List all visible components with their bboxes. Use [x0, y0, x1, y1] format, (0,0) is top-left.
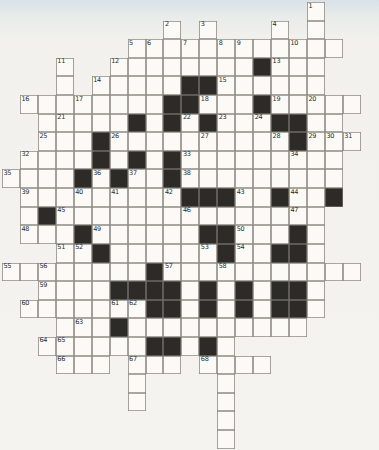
white-cell-r4-c3[interactable]: [56, 76, 74, 95]
clue-number-46: 46: [183, 207, 191, 214]
white-cell-r5-c3[interactable]: [56, 95, 74, 114]
white-cell-r21-c7[interactable]: [128, 393, 146, 412]
white-cell-r4-c7[interactable]: [128, 76, 146, 95]
white-cell-r9-c8[interactable]: [146, 169, 164, 188]
white-cell-r7-c13[interactable]: [235, 132, 253, 151]
white-cell-r3-c7[interactable]: [128, 58, 146, 77]
white-cell-r3-c17[interactable]: [307, 58, 325, 77]
white-cell-r14-c12[interactable]: 58: [217, 263, 235, 282]
white-cell-r7-c18[interactable]: 30: [325, 132, 343, 151]
white-cell-r2-c15[interactable]: [271, 39, 289, 58]
white-cell-r9-c5[interactable]: 36: [92, 169, 110, 188]
white-cell-r2-c13[interactable]: 9: [235, 39, 253, 58]
white-cell-r4-c12[interactable]: 15: [217, 76, 235, 95]
block-cell-r8-c9: [163, 151, 181, 170]
empty-r21-c5: [92, 393, 110, 412]
empty-r19-c1: [20, 356, 38, 375]
white-cell-r13-c6[interactable]: [110, 244, 128, 263]
clue-number-48: 48: [21, 226, 29, 233]
white-cell-r10-c13[interactable]: 43: [235, 188, 253, 207]
white-cell-r1-c9[interactable]: 2: [163, 21, 181, 40]
white-cell-r5-c19[interactable]: [343, 95, 361, 114]
white-cell-r3-c3[interactable]: 11: [56, 58, 74, 77]
white-cell-r8-c6[interactable]: [110, 151, 128, 170]
white-cell-r16-c17[interactable]: [307, 300, 325, 319]
white-cell-r11-c14[interactable]: [253, 207, 271, 226]
white-cell-r13-c14[interactable]: [253, 244, 271, 263]
white-cell-r17-c8[interactable]: [146, 318, 164, 337]
white-cell-r10-c6[interactable]: 41: [110, 188, 128, 207]
empty-r0-c12: [217, 2, 235, 21]
white-cell-r14-c14[interactable]: [253, 263, 271, 282]
white-cell-r13-c13[interactable]: 54: [235, 244, 253, 263]
clue-number-25: 25: [39, 133, 47, 140]
empty-r0-c4: [74, 2, 92, 21]
white-cell-r6-c13[interactable]: [235, 114, 253, 133]
white-cell-r8-c14[interactable]: [253, 151, 271, 170]
white-cell-r5-c17[interactable]: 20: [307, 95, 325, 114]
white-cell-r1-c11[interactable]: 3: [199, 21, 217, 40]
white-cell-r5-c15[interactable]: 19: [271, 95, 289, 114]
white-cell-r18-c6[interactable]: [110, 337, 128, 356]
white-cell-r2-c12[interactable]: 8: [217, 39, 235, 58]
white-cell-r4-c16[interactable]: [289, 76, 307, 95]
white-cell-r12-c13[interactable]: 50: [235, 225, 253, 244]
white-cell-r11-c4[interactable]: [74, 207, 92, 226]
white-cell-r16-c10[interactable]: [181, 300, 199, 319]
white-cell-r8-c2[interactable]: [38, 151, 56, 170]
white-cell-r2-c11[interactable]: [199, 39, 217, 58]
white-cell-r9-c0[interactable]: 35: [2, 169, 20, 188]
white-cell-r5-c4[interactable]: 17: [74, 95, 92, 114]
white-cell-r10-c3[interactable]: [56, 188, 74, 207]
empty-r22-c16: [289, 411, 307, 430]
white-cell-r4-c15[interactable]: [271, 76, 289, 95]
white-cell-r10-c14[interactable]: [253, 188, 271, 207]
white-cell-r21-c12[interactable]: [217, 393, 235, 412]
white-cell-r14-c1[interactable]: [20, 263, 38, 282]
white-cell-r19-c7[interactable]: 67: [128, 356, 146, 375]
empty-r0-c1: [20, 2, 38, 21]
clue-number-63: 63: [75, 319, 83, 326]
white-cell-r17-c15[interactable]: [271, 318, 289, 337]
white-cell-r16-c14[interactable]: [253, 300, 271, 319]
empty-r21-c11: [199, 393, 217, 412]
white-cell-r10-c2[interactable]: [38, 188, 56, 207]
white-cell-r5-c1[interactable]: 16: [20, 95, 38, 114]
white-cell-r9-c3[interactable]: [56, 169, 74, 188]
white-cell-r12-c10[interactable]: [181, 225, 199, 244]
white-cell-r17-c3[interactable]: [56, 318, 74, 337]
white-cell-r9-c11[interactable]: [199, 169, 217, 188]
white-cell-r14-c4[interactable]: [74, 263, 92, 282]
white-cell-r6-c14[interactable]: 24: [253, 114, 271, 133]
white-cell-r3-c13[interactable]: [235, 58, 253, 77]
white-cell-r3-c12[interactable]: [217, 58, 235, 77]
empty-r21-c4: [74, 393, 92, 412]
white-cell-r4-c14[interactable]: [253, 76, 271, 95]
white-cell-r5-c6[interactable]: [110, 95, 128, 114]
white-cell-r2-c14[interactable]: [253, 39, 271, 58]
white-cell-r11-c12[interactable]: [217, 207, 235, 226]
white-cell-r6-c4[interactable]: [74, 114, 92, 133]
block-cell-r12-c16: [289, 225, 307, 244]
white-cell-r7-c15[interactable]: 28: [271, 132, 289, 151]
white-cell-r14-c3[interactable]: [56, 263, 74, 282]
block-cell-r15-c7: [128, 281, 146, 300]
white-cell-r11-c11[interactable]: [199, 207, 217, 226]
white-cell-r10-c9[interactable]: 42: [163, 188, 181, 207]
white-cell-r2-c8[interactable]: 6: [146, 39, 164, 58]
white-cell-r22-c12[interactable]: [217, 411, 235, 430]
white-cell-r9-c13[interactable]: [235, 169, 253, 188]
white-cell-r2-c10[interactable]: 7: [181, 39, 199, 58]
white-cell-r11-c6[interactable]: [110, 207, 128, 226]
white-cell-r5-c8[interactable]: [146, 95, 164, 114]
white-cell-r20-c12[interactable]: [217, 374, 235, 393]
white-cell-r8-c11[interactable]: [199, 151, 217, 170]
white-cell-r15-c17[interactable]: [307, 281, 325, 300]
block-cell-r16-c16: [289, 300, 307, 319]
clue-number-13: 13: [273, 58, 281, 65]
white-cell-r17-c4[interactable]: 63: [74, 318, 92, 337]
white-cell-r12-c3[interactable]: [56, 225, 74, 244]
white-cell-r13-c3[interactable]: 51: [56, 244, 74, 263]
white-cell-r14-c7[interactable]: [128, 263, 146, 282]
white-cell-r14-c2[interactable]: 56: [38, 263, 56, 282]
white-cell-r14-c11[interactable]: [199, 263, 217, 282]
white-cell-r19-c14[interactable]: [253, 356, 271, 375]
white-cell-r10-c7[interactable]: [128, 188, 146, 207]
white-cell-r4-c17[interactable]: [307, 76, 325, 95]
white-cell-r13-c10[interactable]: [181, 244, 199, 263]
white-cell-r2-c17[interactable]: [307, 39, 325, 58]
empty-r23-c16: [289, 430, 307, 449]
block-cell-r16-c11: [199, 300, 217, 319]
white-cell-r7-c2[interactable]: 25: [38, 132, 56, 151]
white-cell-r23-c12[interactable]: [217, 430, 235, 449]
white-cell-r5-c16[interactable]: [289, 95, 307, 114]
white-cell-r3-c8[interactable]: [146, 58, 164, 77]
white-cell-r17-c13[interactable]: [235, 318, 253, 337]
white-cell-r7-c19[interactable]: 31: [343, 132, 361, 151]
empty-r7-c0: [2, 132, 20, 151]
white-cell-r7-c4[interactable]: [74, 132, 92, 151]
empty-r3-c0: [2, 58, 20, 77]
white-cell-r16-c1[interactable]: 60: [20, 300, 38, 319]
clue-number-40: 40: [75, 189, 83, 196]
white-cell-r16-c6[interactable]: 61: [110, 300, 128, 319]
empty-r16-c0: [2, 300, 20, 319]
white-cell-r0-c17[interactable]: 1: [307, 2, 325, 21]
white-cell-r8-c10[interactable]: 33: [181, 151, 199, 170]
white-cell-r17-c14[interactable]: [253, 318, 271, 337]
empty-r17-c0: [2, 318, 20, 337]
white-cell-r19-c9[interactable]: [163, 356, 181, 375]
white-cell-r9-c2[interactable]: [38, 169, 56, 188]
white-cell-r20-c7[interactable]: [128, 374, 146, 393]
white-cell-r7-c12[interactable]: [217, 132, 235, 151]
white-cell-r7-c11[interactable]: 27: [199, 132, 217, 151]
white-cell-r8-c17[interactable]: [307, 151, 325, 170]
white-cell-r9-c14[interactable]: [253, 169, 271, 188]
white-cell-r18-c3[interactable]: 65: [56, 337, 74, 356]
white-cell-r4-c8[interactable]: [146, 76, 164, 95]
white-cell-r8-c3[interactable]: [56, 151, 74, 170]
white-cell-r15-c10[interactable]: [181, 281, 199, 300]
white-cell-r5-c18[interactable]: [325, 95, 343, 114]
white-cell-r7-c14[interactable]: [253, 132, 271, 151]
white-cell-r14-c19[interactable]: [343, 263, 361, 282]
empty-r2-c5: [92, 39, 110, 58]
white-cell-r14-c10[interactable]: [181, 263, 199, 282]
white-cell-r19-c5[interactable]: [92, 356, 110, 375]
clue-number-29: 29: [308, 133, 316, 140]
clue-number-30: 30: [326, 133, 334, 140]
white-cell-r2-c9[interactable]: [163, 39, 181, 58]
white-cell-r16-c12[interactable]: [217, 300, 235, 319]
white-cell-r12-c6[interactable]: [110, 225, 128, 244]
white-cell-r11-c10[interactable]: 46: [181, 207, 199, 226]
white-cell-r7-c8[interactable]: [146, 132, 164, 151]
white-cell-r14-c15[interactable]: [271, 263, 289, 282]
white-cell-r11-c13[interactable]: [235, 207, 253, 226]
white-cell-r5-c13[interactable]: [235, 95, 253, 114]
empty-r22-c13: [235, 411, 253, 430]
white-cell-r6-c2[interactable]: [38, 114, 56, 133]
white-cell-r3-c10[interactable]: [181, 58, 199, 77]
white-cell-r13-c7[interactable]: [128, 244, 146, 263]
white-cell-r12-c15[interactable]: [271, 225, 289, 244]
white-cell-r17-c9[interactable]: [163, 318, 181, 337]
white-cell-r8-c4[interactable]: [74, 151, 92, 170]
clue-number-15: 15: [219, 77, 227, 84]
white-cell-r12-c14[interactable]: [253, 225, 271, 244]
white-cell-r12-c17[interactable]: [307, 225, 325, 244]
white-cell-r13-c4[interactable]: 52: [74, 244, 92, 263]
white-cell-r17-c12[interactable]: [217, 318, 235, 337]
empty-r23-c1: [20, 430, 38, 449]
white-cell-r11-c3[interactable]: 45: [56, 207, 74, 226]
white-cell-r10-c8[interactable]: [146, 188, 164, 207]
white-cell-r17-c5[interactable]: [92, 318, 110, 337]
white-cell-r9-c15[interactable]: [271, 169, 289, 188]
white-cell-r2-c7[interactable]: 5: [128, 39, 146, 58]
white-cell-r7-c17[interactable]: 29: [307, 132, 325, 151]
white-cell-r5-c12[interactable]: [217, 95, 235, 114]
white-cell-r16-c4[interactable]: [74, 300, 92, 319]
empty-r21-c14: [253, 393, 271, 412]
white-cell-r9-c1[interactable]: [20, 169, 38, 188]
white-cell-r17-c7[interactable]: [128, 318, 146, 337]
white-cell-r11-c16[interactable]: 47: [289, 207, 307, 226]
white-cell-r12-c5[interactable]: 49: [92, 225, 110, 244]
clue-number-54: 54: [237, 244, 245, 251]
white-cell-r16-c3[interactable]: [56, 300, 74, 319]
white-cell-r14-c16[interactable]: [289, 263, 307, 282]
white-cell-r8-c18[interactable]: [325, 151, 343, 170]
white-cell-r13-c11[interactable]: 53: [199, 244, 217, 263]
white-cell-r14-c17[interactable]: [307, 263, 325, 282]
white-cell-r19-c12[interactable]: [217, 356, 235, 375]
white-cell-r6-c5[interactable]: [92, 114, 110, 133]
white-cell-r10-c17[interactable]: [307, 188, 325, 207]
white-cell-r6-c3[interactable]: 21: [56, 114, 74, 133]
white-cell-r10-c1[interactable]: 39: [20, 188, 38, 207]
white-cell-r12-c1[interactable]: 48: [20, 225, 38, 244]
white-cell-r5-c11[interactable]: 18: [199, 95, 217, 114]
white-cell-r17-c11[interactable]: [199, 318, 217, 337]
white-cell-r18-c4[interactable]: [74, 337, 92, 356]
white-cell-r19-c8[interactable]: [146, 356, 164, 375]
white-cell-r6-c8[interactable]: [146, 114, 164, 133]
white-cell-r14-c9[interactable]: 57: [163, 263, 181, 282]
white-cell-r13-c17[interactable]: [307, 244, 325, 263]
empty-r12-c18: [325, 225, 343, 244]
empty-r18-c0: [2, 337, 20, 356]
white-cell-r1-c17[interactable]: [307, 21, 325, 40]
white-cell-r13-c9[interactable]: [163, 244, 181, 263]
white-cell-r14-c6[interactable]: [110, 263, 128, 282]
white-cell-r8-c8[interactable]: [146, 151, 164, 170]
white-cell-r14-c0[interactable]: 55: [2, 263, 20, 282]
white-cell-r19-c3[interactable]: 66: [56, 356, 74, 375]
empty-r3-c1: [20, 58, 38, 77]
white-cell-r9-c12[interactable]: [217, 169, 235, 188]
white-cell-r17-c10[interactable]: [181, 318, 199, 337]
white-cell-r17-c16[interactable]: [289, 318, 307, 337]
white-cell-r16-c7[interactable]: 62: [128, 300, 146, 319]
white-cell-r9-c10[interactable]: 38: [181, 169, 199, 188]
empty-r23-c11: [199, 430, 217, 449]
white-cell-r7-c9[interactable]: [163, 132, 181, 151]
white-cell-r11-c8[interactable]: [146, 207, 164, 226]
white-cell-r3-c6[interactable]: 12: [110, 58, 128, 77]
empty-r19-c15: [271, 356, 289, 375]
empty-r23-c19: [343, 430, 361, 449]
white-cell-r15-c14[interactable]: [253, 281, 271, 300]
white-cell-r8-c1[interactable]: 32: [20, 151, 38, 170]
white-cell-r1-c15[interactable]: 4: [271, 21, 289, 40]
white-cell-r11-c9[interactable]: [163, 207, 181, 226]
white-cell-r15-c12[interactable]: [217, 281, 235, 300]
empty-r3-c5: [92, 58, 110, 77]
white-cell-r3-c15[interactable]: 13: [271, 58, 289, 77]
empty-r13-c18: [325, 244, 343, 263]
white-cell-r3-c9[interactable]: [163, 58, 181, 77]
white-cell-r14-c18[interactable]: [325, 263, 343, 282]
white-cell-r18-c7[interactable]: [128, 337, 146, 356]
white-cell-r8-c16[interactable]: 34: [289, 151, 307, 170]
empty-r3-c18: [325, 58, 343, 77]
white-cell-r6-c10[interactable]: 22: [181, 114, 199, 133]
white-cell-r5-c5[interactable]: [92, 95, 110, 114]
white-cell-r8-c13[interactable]: [235, 151, 253, 170]
white-cell-r12-c8[interactable]: [146, 225, 164, 244]
white-cell-r18-c2[interactable]: 64: [38, 337, 56, 356]
block-cell-r18-c8: [146, 337, 164, 356]
white-cell-r19-c4[interactable]: [74, 356, 92, 375]
white-cell-r10-c4[interactable]: 40: [74, 188, 92, 207]
empty-r20-c15: [271, 374, 289, 393]
white-cell-r7-c6[interactable]: 26: [110, 132, 128, 151]
white-cell-r12-c7[interactable]: [128, 225, 146, 244]
white-cell-r8-c12[interactable]: [217, 151, 235, 170]
white-cell-r15-c5[interactable]: [92, 281, 110, 300]
white-cell-r11-c15[interactable]: [271, 207, 289, 226]
empty-r12-c19: [343, 225, 361, 244]
clue-number-50: 50: [237, 226, 245, 233]
clue-number-35: 35: [4, 170, 12, 177]
white-cell-r12-c2[interactable]: [38, 225, 56, 244]
white-cell-r10-c16[interactable]: 44: [289, 188, 307, 207]
white-cell-r14-c5[interactable]: [92, 263, 110, 282]
empty-r0-c9: [163, 2, 181, 21]
white-cell-r5-c2[interactable]: [38, 95, 56, 114]
white-cell-r2-c18[interactable]: [325, 39, 343, 58]
white-cell-r18-c5[interactable]: [92, 337, 110, 356]
white-cell-r15-c3[interactable]: [56, 281, 74, 300]
white-cell-r10-c5[interactable]: [92, 188, 110, 207]
white-cell-r6-c18[interactable]: [325, 114, 343, 133]
clue-number-1: 1: [308, 3, 312, 10]
white-cell-r13-c8[interactable]: [146, 244, 164, 263]
white-cell-r11-c1[interactable]: [20, 207, 38, 226]
white-cell-r18-c12[interactable]: [217, 337, 235, 356]
empty-r21-c19: [343, 393, 361, 412]
white-cell-r14-c13[interactable]: [235, 263, 253, 282]
white-cell-r19-c13[interactable]: [235, 356, 253, 375]
white-cell-r11-c17[interactable]: [307, 207, 325, 226]
empty-r2-c1: [20, 39, 38, 58]
white-cell-r15-c2[interactable]: 59: [38, 281, 56, 300]
empty-r1-c5: [92, 21, 110, 40]
white-cell-r9-c16[interactable]: [289, 169, 307, 188]
block-cell-r16-c13: [235, 300, 253, 319]
white-cell-r16-c2[interactable]: [38, 300, 56, 319]
white-cell-r2-c16[interactable]: 10: [289, 39, 307, 58]
white-cell-r4-c5[interactable]: 14: [92, 76, 110, 95]
block-cell-r12-c11: [199, 225, 217, 244]
white-cell-r11-c5[interactable]: [92, 207, 110, 226]
empty-r23-c14: [253, 430, 271, 449]
white-cell-r3-c16[interactable]: [289, 58, 307, 77]
white-cell-r8-c15[interactable]: [271, 151, 289, 170]
white-cell-r15-c4[interactable]: [74, 281, 92, 300]
white-cell-r18-c10[interactable]: [181, 337, 199, 356]
white-cell-r9-c7[interactable]: 37: [128, 169, 146, 188]
white-cell-r4-c9[interactable]: [163, 76, 181, 95]
white-cell-r9-c18[interactable]: [325, 169, 343, 188]
white-cell-r4-c6[interactable]: [110, 76, 128, 95]
clue-number-34: 34: [291, 151, 299, 158]
white-cell-r5-c7[interactable]: [128, 95, 146, 114]
white-cell-r6-c17[interactable]: [307, 114, 325, 133]
white-cell-r12-c9[interactable]: [163, 225, 181, 244]
white-cell-r7-c10[interactable]: [181, 132, 199, 151]
white-cell-r19-c11[interactable]: 68: [199, 356, 217, 375]
white-cell-r9-c17[interactable]: [307, 169, 325, 188]
white-cell-r11-c7[interactable]: [128, 207, 146, 226]
white-cell-r7-c7[interactable]: [128, 132, 146, 151]
white-cell-r3-c11[interactable]: [199, 58, 217, 77]
white-cell-r4-c13[interactable]: [235, 76, 253, 95]
empty-r22-c3: [56, 411, 74, 430]
white-cell-r16-c5[interactable]: [92, 300, 110, 319]
white-cell-r6-c12[interactable]: 23: [217, 114, 235, 133]
white-cell-r7-c3[interactable]: [56, 132, 74, 151]
white-cell-r6-c6[interactable]: [110, 114, 128, 133]
